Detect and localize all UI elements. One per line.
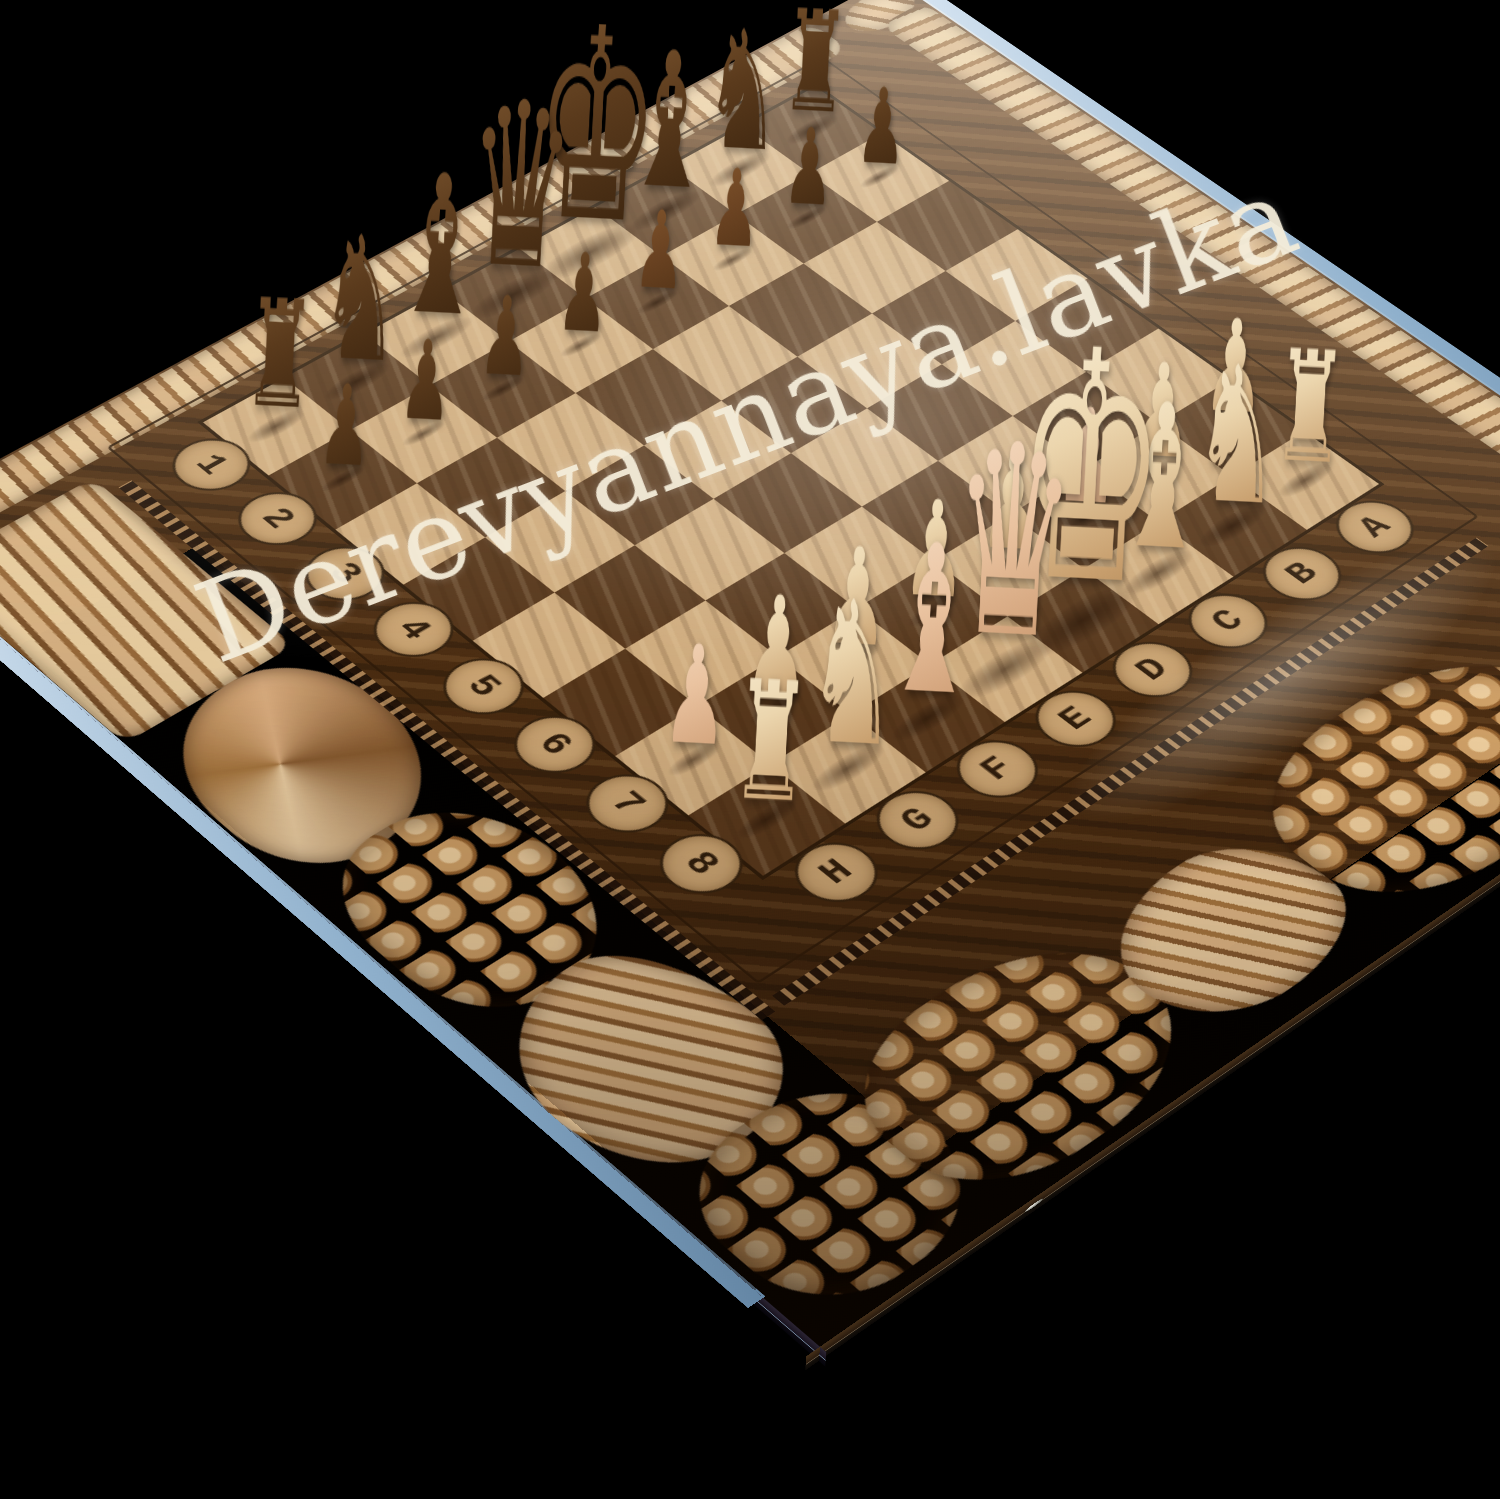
product-photo: 12345678HGFEDCBA ♜♞♝♚♛♝♞♜♟♟♟♟♟♟♟♟♜♞♝♚♛♝♞… (0, 0, 1500, 1499)
light-rook-icon: ♜ (645, 658, 896, 826)
